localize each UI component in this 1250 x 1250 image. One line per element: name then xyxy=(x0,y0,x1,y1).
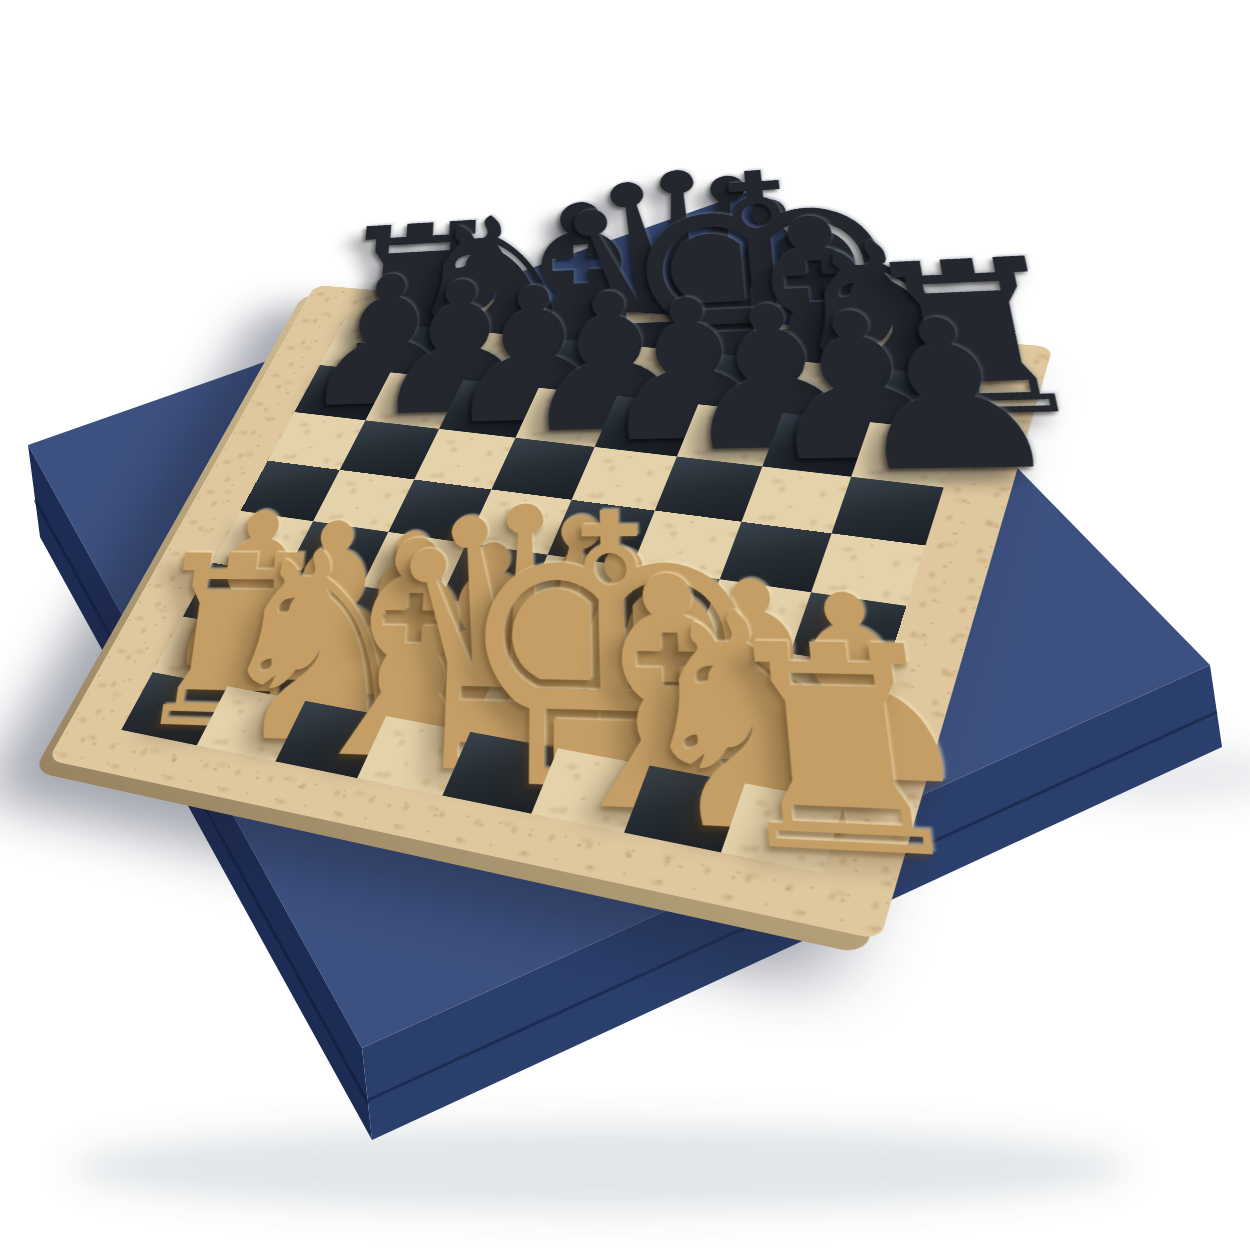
chess-board: ♜♞♝♛♚♝♞♜♟♟♟♟♟♟♟♟♟♟♟♟♟♟♟♟♜♞♝♛♚♝♞♜ xyxy=(121,320,978,874)
square-h8: ♜ xyxy=(870,370,978,432)
floor-shadow xyxy=(70,1124,1130,1212)
scene: ♜♞♝♛♚♝♞♜♟♟♟♟♟♟♟♟♟♟♟♟♟♟♟♟♜♞♝♛♚♝♞♜ xyxy=(0,0,1250,1250)
